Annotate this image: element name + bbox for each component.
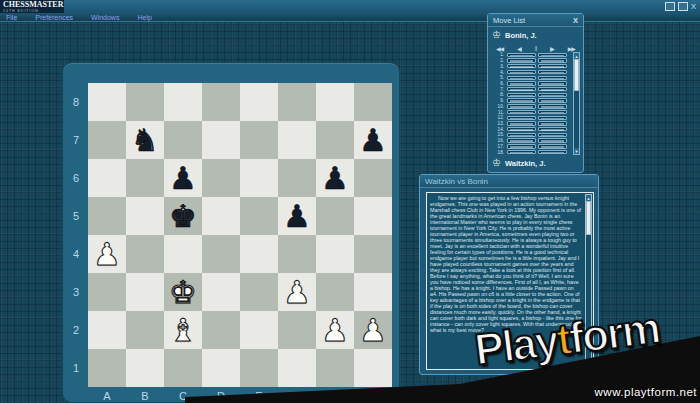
move-number: 6.: [494, 81, 505, 86]
rank-label-3: 3: [67, 273, 85, 311]
move-cell[interactable]: [538, 150, 567, 154]
move-cell[interactable]: [507, 53, 536, 57]
square-g1[interactable]: [316, 349, 354, 387]
file-label-a: A: [88, 389, 126, 402]
brand-part-2: form: [566, 303, 661, 363]
move-number: 16.: [494, 138, 505, 143]
window-controls: X: [665, 2, 696, 11]
square-h2[interactable]: ♟: [354, 311, 392, 349]
square-d6[interactable]: [202, 159, 240, 197]
watermark-url: www.playtform.net: [595, 386, 697, 398]
move-number: 15.: [494, 132, 505, 137]
square-e2[interactable]: [240, 311, 278, 349]
square-g4[interactable]: [316, 235, 354, 273]
square-a4[interactable]: ♟: [88, 235, 126, 273]
move-cell[interactable]: [538, 127, 567, 131]
square-e3[interactable]: [240, 273, 278, 311]
square-a6[interactable]: [88, 159, 126, 197]
chessmaster-logo: CHESSMASTER 10TH EDITION: [0, 0, 64, 13]
move-number: 12.: [494, 115, 505, 120]
title-bar: CHESSMASTER 10TH EDITION X: [0, 0, 700, 13]
move-cell[interactable]: [538, 81, 567, 85]
square-a1[interactable]: [88, 349, 126, 387]
close-icon[interactable]: X: [573, 16, 578, 25]
square-a7[interactable]: [88, 121, 126, 159]
rank-label-4: 4: [67, 235, 85, 273]
move-cell[interactable]: [507, 133, 536, 137]
square-c7[interactable]: [164, 121, 202, 159]
square-c3[interactable]: ♚: [164, 273, 202, 311]
square-b1[interactable]: [126, 349, 164, 387]
square-e5[interactable]: [240, 197, 278, 235]
square-b2[interactable]: [126, 311, 164, 349]
scrollbar-thumb[interactable]: [586, 201, 591, 235]
white-bishop[interactable]: ♝: [169, 311, 197, 349]
move-list-scrollbar[interactable]: ▲ ▼: [573, 52, 580, 155]
move-number: 10.: [494, 104, 505, 109]
white-king-icon: ♔: [492, 158, 501, 168]
move-cell[interactable]: [507, 93, 536, 97]
black-pawn[interactable]: ♟: [283, 197, 311, 235]
square-a5[interactable]: [88, 197, 126, 235]
move-number: 7.: [494, 87, 505, 92]
move-cell[interactable]: [538, 53, 567, 57]
close-window-button[interactable]: X: [691, 2, 696, 11]
menu-preferences[interactable]: Preferences: [35, 14, 73, 21]
square-e7[interactable]: [240, 121, 278, 159]
square-d3[interactable]: [202, 273, 240, 311]
move-number: 3.: [494, 64, 505, 69]
white-pawn[interactable]: ♟: [93, 235, 121, 273]
square-c5[interactable]: ♚: [164, 197, 202, 235]
move-cell[interactable]: [507, 58, 536, 62]
scrollbar-thumb[interactable]: [574, 59, 579, 91]
move-cell[interactable]: [507, 116, 536, 120]
square-d1[interactable]: [202, 349, 240, 387]
square-h5[interactable]: [354, 197, 392, 235]
square-e8[interactable]: [240, 83, 278, 121]
square-f2[interactable]: [278, 311, 316, 349]
square-h7[interactable]: ♟: [354, 121, 392, 159]
move-cell[interactable]: [538, 104, 567, 108]
rank-label-1: 1: [67, 349, 85, 387]
rank-label-2: 2: [67, 311, 85, 349]
square-e6[interactable]: [240, 159, 278, 197]
square-g7[interactable]: [316, 121, 354, 159]
white-pawn[interactable]: ♟: [321, 311, 349, 349]
move-cell[interactable]: [507, 150, 536, 154]
minimize-icon[interactable]: [665, 2, 675, 11]
chess-board[interactable]: ♞♟♟♟♚♟♟♚♟♝♟♟: [88, 83, 392, 387]
move-cell[interactable]: [538, 64, 567, 68]
move-list-title: Move List: [493, 16, 525, 25]
square-c4[interactable]: [164, 235, 202, 273]
square-c1[interactable]: [164, 349, 202, 387]
scroll-up-icon[interactable]: ▲: [586, 195, 591, 201]
square-h6[interactable]: [354, 159, 392, 197]
square-h1[interactable]: [354, 349, 392, 387]
square-f7[interactable]: [278, 121, 316, 159]
top-player-name: Bonin, J.: [505, 31, 537, 40]
square-d7[interactable]: [202, 121, 240, 159]
menu-file[interactable]: File: [6, 14, 17, 21]
square-g2[interactable]: ♟: [316, 311, 354, 349]
move-number: 4.: [494, 70, 505, 75]
square-e1[interactable]: [240, 349, 278, 387]
black-king[interactable]: ♚: [169, 197, 197, 235]
white-pawn[interactable]: ♟: [359, 311, 387, 349]
move-number: 1.: [494, 52, 505, 57]
move-cell[interactable]: [507, 70, 536, 74]
move-number: 14.: [494, 127, 505, 132]
top-player-row: ♔ Bonin, J.: [488, 27, 583, 43]
pause-icon[interactable]: ||: [535, 45, 536, 51]
move-cell[interactable]: [538, 98, 567, 102]
square-f4[interactable]: [278, 235, 316, 273]
square-g8[interactable]: [316, 83, 354, 121]
square-f5[interactable]: ♟: [278, 197, 316, 235]
move-number: 9.: [494, 98, 505, 103]
chess-board-frame: 87654321 ABCDEFGH ♞♟♟♟♚♟♟♚♟♝♟♟: [62, 62, 400, 403]
square-b8[interactable]: [126, 83, 164, 121]
square-c6[interactable]: ♟: [164, 159, 202, 197]
fast-forward-icon[interactable]: ▶▶: [568, 45, 575, 52]
square-f8[interactable]: [278, 83, 316, 121]
move-number: 13.: [494, 121, 505, 126]
annotation-titlebar: Waitzkin vs Bonin: [420, 175, 598, 188]
move-cell[interactable]: [538, 133, 567, 137]
move-list-titlebar: Move List X: [488, 14, 583, 27]
square-d5[interactable]: [202, 197, 240, 235]
rank-label-6: 6: [67, 159, 85, 197]
move-cell[interactable]: [538, 87, 567, 91]
square-g6[interactable]: ♟: [316, 159, 354, 197]
black-king-icon: ♔: [492, 30, 501, 40]
black-knight[interactable]: ♞: [131, 121, 159, 159]
bottom-player-row: ♔ Waitzkin, J.: [488, 155, 550, 171]
move-cell[interactable]: [507, 81, 536, 85]
move-cell[interactable]: [507, 144, 536, 148]
square-e4[interactable]: [240, 235, 278, 273]
rewind-start-icon[interactable]: ◀◀: [496, 45, 503, 52]
square-c8[interactable]: [164, 83, 202, 121]
move-cell[interactable]: [507, 121, 536, 125]
white-pawn[interactable]: ♟: [283, 273, 311, 311]
bottom-player-name: Waitzkin, J.: [505, 159, 546, 168]
step-forward-icon[interactable]: |▶: [550, 45, 554, 52]
move-cell[interactable]: [538, 116, 567, 120]
square-g3[interactable]: [316, 273, 354, 311]
move-cell[interactable]: [538, 93, 567, 97]
square-a3[interactable]: [88, 273, 126, 311]
square-h8[interactable]: [354, 83, 392, 121]
square-a2[interactable]: [88, 311, 126, 349]
move-cell[interactable]: [538, 110, 567, 114]
rank-label-7: 7: [67, 121, 85, 159]
move-cell[interactable]: [538, 58, 567, 62]
square-b6[interactable]: [126, 159, 164, 197]
annotation-title: Waitzkin vs Bonin: [425, 177, 488, 186]
move-number: 2.: [494, 58, 505, 63]
square-f3[interactable]: ♟: [278, 273, 316, 311]
square-h4[interactable]: [354, 235, 392, 273]
move-cell[interactable]: [507, 98, 536, 102]
move-number: 17.: [494, 144, 505, 149]
restore-icon[interactable]: [678, 2, 688, 11]
move-cell[interactable]: [507, 127, 536, 131]
square-d8[interactable]: [202, 83, 240, 121]
move-cell[interactable]: [538, 138, 567, 142]
move-cell[interactable]: [507, 104, 536, 108]
move-number: 8.: [494, 92, 505, 97]
move-cell[interactable]: [538, 70, 567, 74]
step-back-icon[interactable]: ◀|: [517, 45, 521, 52]
brand-part-1: Play: [472, 315, 560, 374]
white-king[interactable]: ♚: [169, 273, 197, 311]
square-b5[interactable]: [126, 197, 164, 235]
rank-label-5: 5: [67, 197, 85, 235]
file-label-b: B: [126, 389, 164, 402]
move-cell[interactable]: [538, 76, 567, 80]
square-d2[interactable]: [202, 311, 240, 349]
square-g5[interactable]: [316, 197, 354, 235]
move-list-panel: Move List X ♔ Bonin, J. ◀◀ ◀| || |▶ ▶▶ 1…: [487, 13, 584, 173]
move-number: 5.: [494, 75, 505, 80]
move-rows: 1.2.3.4.5.6.7.8.9.10.11.12.13.14.15.16.1…: [494, 52, 570, 155]
scroll-up-icon[interactable]: ▲: [574, 53, 579, 59]
square-c2[interactable]: ♝: [164, 311, 202, 349]
logo-subtitle: 10TH EDITION: [3, 9, 64, 13]
square-f6[interactable]: [278, 159, 316, 197]
move-cell[interactable]: [507, 138, 536, 142]
menu-bar: File Preferences Windows Help: [0, 13, 700, 22]
move-cell[interactable]: [507, 76, 536, 80]
square-b3[interactable]: [126, 273, 164, 311]
move-cell[interactable]: [507, 110, 536, 114]
move-cell[interactable]: [507, 87, 536, 91]
square-d4[interactable]: [202, 235, 240, 273]
black-pawn[interactable]: ♟: [169, 159, 197, 197]
rank-labels: 87654321: [67, 83, 85, 387]
square-b4[interactable]: [126, 235, 164, 273]
square-f1[interactable]: [278, 349, 316, 387]
scroll-down-icon[interactable]: ▼: [574, 148, 579, 154]
menu-help[interactable]: Help: [137, 14, 151, 21]
square-h3[interactable]: [354, 273, 392, 311]
black-pawn[interactable]: ♟: [359, 121, 387, 159]
move-cell[interactable]: [538, 121, 567, 125]
move-cell[interactable]: [507, 64, 536, 68]
rank-label-8: 8: [67, 83, 85, 121]
menu-windows[interactable]: Windows: [91, 14, 119, 21]
square-b7[interactable]: ♞: [126, 121, 164, 159]
move-number: 18.: [494, 150, 505, 155]
move-number: 11.: [494, 110, 505, 115]
move-cell[interactable]: [538, 144, 567, 148]
black-pawn[interactable]: ♟: [321, 159, 349, 197]
square-a8[interactable]: [88, 83, 126, 121]
logo-title: CHESSMASTER: [3, 1, 64, 9]
